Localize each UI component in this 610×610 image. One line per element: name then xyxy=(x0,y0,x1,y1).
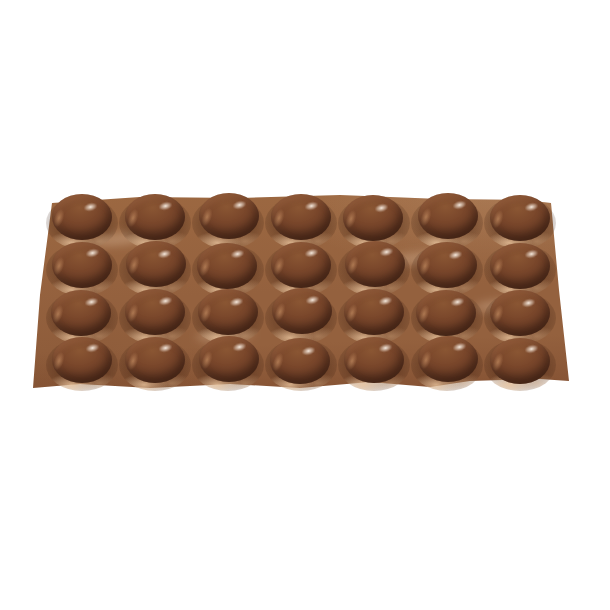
mold-cavity xyxy=(118,244,191,292)
chocolate-dome xyxy=(125,289,185,335)
mold-cavity xyxy=(191,196,264,244)
dome-grid xyxy=(45,196,557,386)
mold-cavity xyxy=(484,196,557,244)
mold-cavity xyxy=(264,244,337,292)
chocolate-dome xyxy=(418,193,478,239)
chocolate-dome xyxy=(125,194,185,240)
chocolate-dome xyxy=(52,337,112,383)
chocolate-dome xyxy=(416,290,476,336)
mold-cavity xyxy=(118,339,191,387)
chocolate-dome xyxy=(490,195,550,241)
chocolate-dome xyxy=(344,337,404,383)
chocolate-dome xyxy=(198,289,258,335)
chocolate-dome xyxy=(197,243,257,289)
mold-cavity xyxy=(338,339,411,387)
mold-cavity xyxy=(484,291,557,339)
mold-cavity xyxy=(338,196,411,244)
mold-cavity xyxy=(411,339,484,387)
mold-cavity xyxy=(191,339,264,387)
mold-cavity xyxy=(45,339,118,387)
chocolate-dome xyxy=(199,193,259,239)
chocolate-dome xyxy=(51,290,111,336)
mold-cavity xyxy=(191,244,264,292)
chocolate-dome xyxy=(125,337,185,383)
mold-cavity xyxy=(411,244,484,292)
chocolate-dome xyxy=(490,290,550,336)
chocolate-dome xyxy=(52,242,112,288)
chocolate-dome xyxy=(345,241,405,287)
chocolate-dome xyxy=(343,195,403,241)
chocolate-dome xyxy=(490,338,550,384)
chocolate-dome xyxy=(52,194,112,240)
chocolate-dome xyxy=(418,336,478,382)
mold-cavity xyxy=(484,339,557,387)
mold-cavity xyxy=(118,291,191,339)
mold-cavity xyxy=(264,339,337,387)
chocolate-dome xyxy=(271,242,331,288)
mold-cavity xyxy=(191,291,264,339)
chocolate-dome xyxy=(199,336,259,382)
mold-cavity xyxy=(45,244,118,292)
chocolate-dome xyxy=(490,243,550,289)
chocolate-dome xyxy=(272,288,332,334)
chocolate-dome xyxy=(417,242,477,288)
mold-cavity xyxy=(411,291,484,339)
mold-cavity xyxy=(484,244,557,292)
mold-cavity xyxy=(411,196,484,244)
mold-cavity xyxy=(338,244,411,292)
mold-cavity xyxy=(338,291,411,339)
mold-cavity xyxy=(45,291,118,339)
mold-cavity xyxy=(118,196,191,244)
chocolate-dome xyxy=(126,241,186,287)
chocolate-dome xyxy=(270,338,330,384)
mold-cavity xyxy=(264,291,337,339)
mold-cavity xyxy=(264,196,337,244)
mold-cavity xyxy=(45,196,118,244)
photo-canvas xyxy=(0,0,610,610)
